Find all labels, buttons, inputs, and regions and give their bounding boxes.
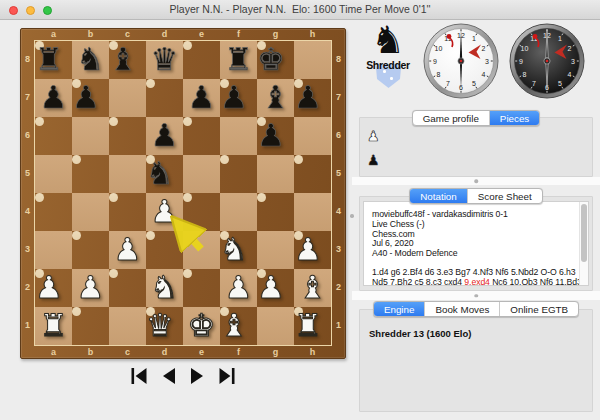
moves-pre: Nd5 7.Bh2 c5 8.c3 cxd4	[372, 277, 464, 286]
square-c6[interactable]	[109, 117, 118, 126]
file-label-b: b	[72, 346, 109, 359]
tab-online-egtb[interactable]: Online EGTB	[499, 302, 578, 316]
go-to-end-icon	[219, 368, 236, 384]
svg-text:4: 4	[568, 71, 572, 78]
rank-label-2: 2	[21, 268, 34, 306]
chess-board: abcdefgh 87654321 ♜♞♝♛♜♚♟♟♟♟♝♟♟♟♞♟♟♞♟♟♟♞…	[20, 28, 346, 359]
file-label-f: f	[220, 346, 257, 359]
square-a1[interactable]: ♜	[35, 307, 72, 345]
square-d7[interactable]	[146, 79, 155, 88]
square-c1[interactable]	[109, 307, 146, 345]
file-labels-top: abcdefgh	[21, 29, 345, 40]
square-d6[interactable]: ♟	[146, 117, 183, 155]
square-f7[interactable]: ♟	[220, 79, 229, 88]
black-pawn[interactable]: ♟	[220, 79, 229, 116]
white-pawn[interactable]: ♟	[294, 231, 303, 268]
svg-text:7: 7	[446, 80, 450, 87]
svg-text:1: 1	[558, 35, 562, 42]
shredder-logo: ♞ Shredder	[358, 28, 418, 92]
square-e3[interactable]	[183, 231, 220, 269]
square-c5[interactable]	[109, 155, 146, 193]
square-c4[interactable]	[109, 193, 118, 202]
rank-label-6: 6	[332, 116, 345, 154]
rank-label-4: 4	[332, 192, 345, 230]
square-a7[interactable]: ♟	[35, 79, 72, 117]
svg-text:9: 9	[433, 58, 437, 65]
svg-text:3: 3	[485, 58, 489, 65]
step-forward-button[interactable]	[190, 367, 205, 384]
square-g7[interactable]: ♝	[257, 79, 294, 117]
tab-engine[interactable]: Engine	[374, 302, 425, 316]
tab-pieces[interactable]: Pieces	[489, 111, 539, 125]
square-h6[interactable]	[294, 117, 331, 155]
square-d5[interactable]: ♞	[146, 155, 155, 164]
tab-book-moves[interactable]: Book Moves	[424, 302, 499, 316]
rank-label-1: 1	[21, 306, 34, 344]
red-flag-pin-icon	[447, 34, 452, 39]
engine-panel: Shredder 13 (1600 Elo)	[359, 309, 593, 412]
white-rook[interactable]: ♜	[35, 307, 72, 344]
black-pawn[interactable]: ♟	[257, 117, 266, 154]
black-clock: 121234567891011	[508, 22, 586, 100]
square-e8[interactable]	[183, 41, 192, 50]
main-content: abcdefgh 87654321 ♜♞♝♛♜♚♟♟♟♟♝♟♟♟♞♟♟♞♟♟♟♞…	[0, 20, 600, 420]
move-list: 1.d4 g6 2.Bf4 d6 3.e3 Bg7 4.Nf3 Nf6 5.Nb…	[372, 268, 572, 286]
square-h7[interactable]: ♟	[294, 79, 303, 88]
svg-text:4: 4	[482, 71, 486, 78]
square-a3[interactable]	[35, 231, 72, 269]
square-d1[interactable]: ♛	[146, 307, 155, 316]
file-label-c: c	[109, 346, 146, 359]
white-knight[interactable]: ♞	[146, 269, 183, 306]
vertical-splitter-handle[interactable]	[350, 214, 354, 218]
rank-label-8: 8	[21, 40, 34, 78]
notation-text-box[interactable]: moviebuffc48f - vardakasdimitris 0-1 Liv…	[363, 201, 589, 286]
square-h8[interactable]	[294, 41, 331, 79]
notation-scrollbar[interactable]	[579, 202, 588, 285]
moves-line-2: Nd5 7.Bh2 c5 8.c3 cxd4 9.exd4 Nc6 10.Qb3…	[372, 278, 572, 286]
square-f3[interactable]: ♞	[220, 231, 229, 240]
square-g8[interactable]: ♚	[257, 41, 266, 50]
white-king[interactable]: ♚	[183, 307, 220, 344]
game-opening: A40 - Modern Defence	[372, 249, 572, 259]
square-e4[interactable]	[183, 193, 192, 202]
square-a4[interactable]	[35, 193, 44, 202]
square-e6[interactable]	[183, 117, 192, 126]
square-c2[interactable]	[109, 269, 118, 278]
captured-row-white: ♟	[360, 124, 592, 148]
square-a8[interactable]: ♜	[35, 41, 44, 50]
square-f1[interactable]: ♝	[220, 307, 229, 316]
black-pawn[interactable]: ♟	[146, 117, 183, 154]
tab-score-sheet[interactable]: Score Sheet	[467, 189, 542, 203]
file-label-a: a	[35, 346, 72, 359]
svg-text:3: 3	[571, 58, 575, 65]
step-back-icon	[161, 368, 176, 384]
file-labels-bottom: abcdefgh	[21, 346, 345, 359]
svg-text:5: 5	[558, 80, 562, 87]
white-queen[interactable]: ♛	[146, 307, 155, 344]
black-knight[interactable]: ♞	[72, 41, 109, 78]
square-h2[interactable]: ♝	[294, 269, 331, 307]
tab-notation[interactable]: Notation	[410, 189, 467, 203]
square-f4[interactable]	[220, 193, 257, 231]
rank-label-2: 2	[332, 268, 345, 306]
splitter-handle[interactable]	[352, 177, 600, 185]
captured-white-pawn: ♟	[367, 129, 380, 143]
rank-label-5: 5	[21, 154, 34, 192]
black-king[interactable]: ♚	[257, 41, 266, 78]
square-e1[interactable]: ♚	[183, 307, 220, 345]
square-c8[interactable]: ♝	[109, 41, 118, 50]
svg-text:2: 2	[568, 45, 572, 52]
square-c3[interactable]: ♟	[109, 231, 146, 269]
go-to-end-button[interactable]	[219, 367, 236, 384]
white-knight[interactable]: ♞	[220, 231, 229, 268]
square-h1[interactable]: ♜	[294, 307, 303, 316]
square-b2[interactable]: ♟	[72, 269, 109, 307]
rank-label-6: 6	[21, 116, 34, 154]
rank-label-7: 7	[21, 78, 34, 116]
square-b4[interactable]	[72, 193, 109, 231]
black-pawn[interactable]: ♟	[72, 79, 81, 116]
captured-row-black: ♟	[360, 148, 592, 172]
rank-labels-left: 87654321	[21, 40, 34, 346]
square-a2[interactable]: ♟	[35, 269, 44, 278]
square-g2[interactable]: ♟	[257, 269, 266, 278]
square-g3[interactable]	[257, 231, 294, 269]
scrollbar-thumb[interactable]	[581, 204, 587, 262]
window-title: Player N.N. - Player N.N. Elo: 1600 Time…	[0, 0, 600, 19]
captured-black-pawn: ♟	[367, 153, 380, 167]
rank-label-3: 3	[21, 230, 34, 268]
square-b8[interactable]: ♞	[72, 41, 109, 79]
step-back-button[interactable]	[161, 367, 176, 384]
file-label-h: h	[294, 346, 331, 359]
engine-tabstrip: Engine Book Moves Online EGTB	[352, 301, 600, 317]
black-queen[interactable]: ♛	[146, 41, 183, 78]
rank-label-7: 7	[332, 78, 345, 116]
square-c7[interactable]	[109, 79, 146, 117]
white-pawn[interactable]: ♟	[72, 269, 109, 306]
svg-text:7: 7	[532, 80, 536, 87]
white-pawn[interactable]: ♟	[257, 269, 266, 306]
go-to-start-icon	[130, 368, 147, 384]
black-bishop[interactable]: ♝	[257, 79, 294, 116]
svg-text:1: 1	[472, 35, 476, 42]
pieces-tabstrip: Game profile Pieces	[352, 110, 600, 126]
black-bishop[interactable]: ♝	[109, 41, 118, 78]
file-label-e: e	[183, 346, 220, 359]
black-pawn[interactable]: ♟	[294, 79, 303, 116]
notation-tabstrip: Notation Score Sheet	[352, 188, 600, 204]
current-move-highlight[interactable]: 9.exd4	[464, 277, 489, 286]
splitter-handle[interactable]	[352, 291, 600, 300]
svg-text:10: 10	[435, 45, 443, 52]
square-f2[interactable]: ♟	[220, 269, 257, 307]
white-pawn[interactable]: ♟	[220, 269, 257, 306]
svg-text:9: 9	[519, 58, 523, 65]
file-label-a: a	[35, 29, 72, 40]
file-label-d: d	[146, 346, 183, 359]
square-h3[interactable]: ♟	[294, 231, 303, 240]
svg-text:8: 8	[523, 71, 527, 78]
file-label-d: d	[146, 29, 183, 40]
black-rook[interactable]: ♜	[35, 41, 44, 78]
square-b3[interactable]	[72, 231, 81, 240]
file-label-h: h	[294, 29, 331, 40]
clock-hub-dot	[546, 60, 549, 63]
red-flag-pin-icon	[533, 34, 538, 39]
square-d8[interactable]: ♛	[146, 41, 183, 79]
square-h4[interactable]	[294, 193, 331, 231]
rank-label-1: 1	[332, 306, 345, 344]
notation-panel: moviebuffc48f - vardakasdimitris 0-1 Liv…	[359, 196, 593, 291]
white-rook[interactable]: ♜	[294, 307, 303, 344]
rank-label-3: 3	[332, 230, 345, 268]
shredder-window: Player N.N. - Player N.N. Elo: 1600 Time…	[0, 0, 600, 420]
square-d3[interactable]	[146, 231, 155, 240]
moves-post: Nc6 10.Qb3 Nf6 11.Bd3	[490, 277, 582, 286]
white-pawn[interactable]: ♟	[35, 269, 44, 306]
clock-hub-dot	[460, 60, 463, 63]
square-d4[interactable]: ♟	[146, 193, 183, 231]
logo-text: Shredder	[358, 59, 418, 71]
right-panel: ♞ Shredder 121234567891011	[352, 20, 600, 420]
rank-labels-right: 87654321	[332, 40, 345, 346]
black-knight[interactable]: ♞	[146, 155, 155, 192]
svg-text:8: 8	[437, 71, 441, 78]
square-g6[interactable]: ♟	[257, 117, 266, 126]
square-e2[interactable]	[183, 269, 192, 278]
file-label-f: f	[220, 29, 257, 40]
square-g5[interactable]	[257, 155, 294, 193]
rank-label-5: 5	[332, 154, 345, 192]
square-b1[interactable]	[72, 307, 81, 316]
svg-text:5: 5	[472, 80, 476, 87]
file-label-e: e	[183, 29, 220, 40]
square-h5[interactable]	[294, 155, 303, 164]
square-b6[interactable]	[72, 117, 109, 155]
file-label-c: c	[109, 29, 146, 40]
black-pawn[interactable]: ♟	[35, 79, 72, 116]
white-clock: 121234567891011	[422, 22, 500, 100]
file-label-g: g	[257, 29, 294, 40]
square-b7[interactable]: ♟	[72, 79, 81, 88]
tab-game-profile[interactable]: Game profile	[413, 111, 489, 125]
go-to-start-button[interactable]	[130, 367, 147, 384]
svg-text:10: 10	[521, 45, 529, 52]
white-pawn[interactable]: ♟	[109, 231, 146, 268]
white-pawn[interactable]: ♟	[146, 193, 183, 230]
white-bishop[interactable]: ♝	[220, 307, 229, 344]
file-label-b: b	[72, 29, 109, 40]
step-forward-icon	[190, 368, 205, 384]
square-d2[interactable]: ♞	[146, 269, 183, 307]
rank-label-4: 4	[21, 192, 34, 230]
square-e5[interactable]	[183, 155, 220, 193]
square-f5[interactable]	[220, 155, 229, 164]
knight-logo-icon: ♞	[371, 21, 405, 59]
black-rook[interactable]: ♜	[220, 41, 257, 78]
transport-controls	[20, 367, 346, 384]
square-g1[interactable]	[257, 307, 294, 345]
square-a5[interactable]	[35, 155, 72, 193]
square-f6[interactable]	[220, 117, 257, 155]
svg-text:2: 2	[482, 45, 486, 52]
board-squares: ♜♞♝♛♜♚♟♟♟♟♝♟♟♟♞♟♟♞♟♟♟♞♟♟♝♜♛♚♝♜	[35, 41, 331, 345]
captured-pieces-panel: ♟ ♟	[359, 117, 593, 177]
white-bishop[interactable]: ♝	[294, 269, 331, 306]
square-f8[interactable]: ♜	[220, 41, 257, 79]
square-b5[interactable]	[72, 155, 81, 164]
square-e7[interactable]: ♟	[183, 79, 220, 117]
square-a6[interactable]	[35, 117, 44, 126]
file-label-g: g	[257, 346, 294, 359]
black-pawn[interactable]: ♟	[183, 79, 220, 116]
rank-label-8: 8	[332, 40, 345, 78]
title-bar: Player N.N. - Player N.N. Elo: 1600 Time…	[0, 0, 600, 20]
square-g4[interactable]	[257, 193, 266, 202]
